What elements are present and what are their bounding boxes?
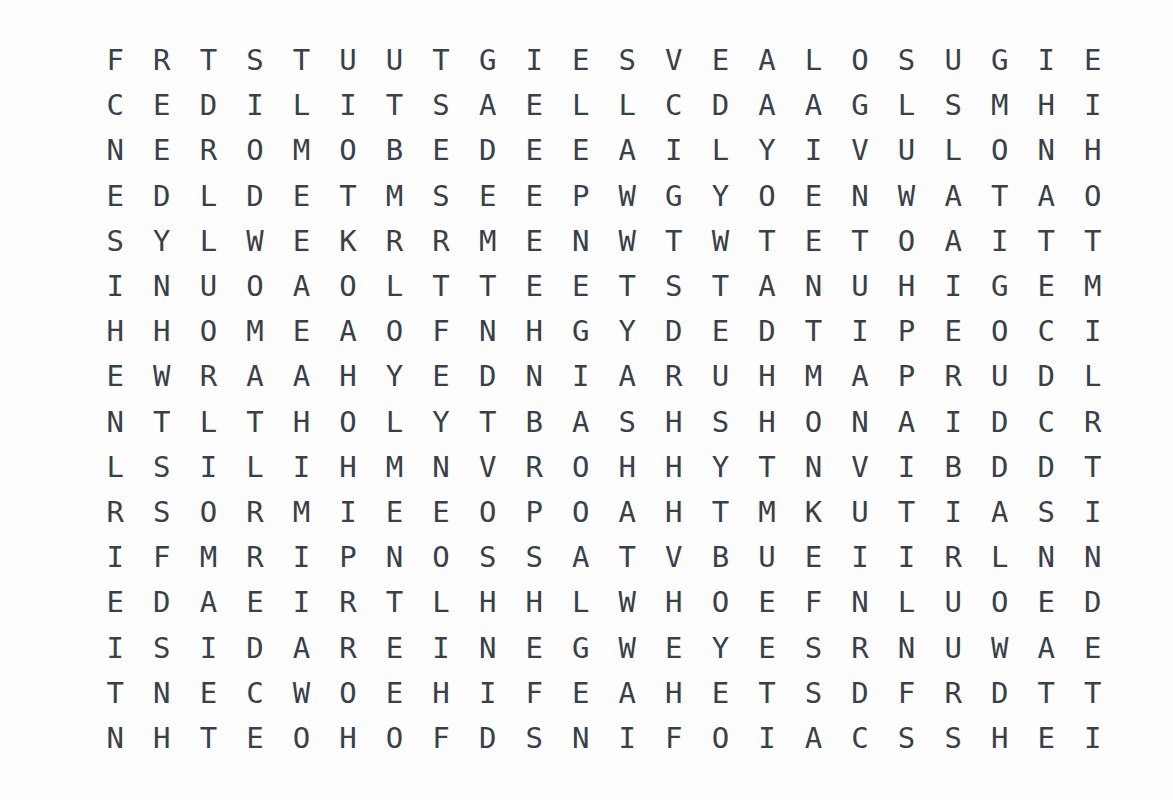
grid-cell[interactable]: T (464, 400, 511, 445)
grid-cell[interactable]: V (837, 128, 884, 173)
grid-cell[interactable]: W (139, 354, 186, 399)
grid-cell[interactable]: E (790, 219, 837, 264)
grid-cell[interactable]: I (1069, 83, 1116, 128)
grid-cell[interactable]: D (464, 716, 511, 761)
grid-cell[interactable]: I (278, 580, 325, 625)
grid-cell[interactable]: E (232, 580, 279, 625)
grid-cell[interactable]: D (139, 580, 186, 625)
grid-cell[interactable]: A (464, 83, 511, 128)
grid-cell[interactable]: G (464, 38, 511, 83)
grid-cell[interactable]: E (1069, 38, 1116, 83)
grid-cell[interactable]: A (604, 128, 651, 173)
grid-cell[interactable]: G (837, 83, 884, 128)
grid-cell[interactable]: R (371, 219, 418, 264)
grid-cell[interactable]: U (837, 490, 884, 535)
grid-cell[interactable]: R (232, 490, 279, 535)
grid-cell[interactable]: O (976, 309, 1023, 354)
grid-cell[interactable]: E (744, 580, 791, 625)
grid-cell[interactable]: U (371, 38, 418, 83)
grid-cell[interactable]: D (976, 400, 1023, 445)
grid-cell[interactable]: N (464, 625, 511, 670)
grid-cell[interactable]: H (651, 580, 698, 625)
grid-cell[interactable]: D (837, 671, 884, 716)
grid-cell[interactable]: S (1023, 490, 1070, 535)
grid-cell[interactable]: M (371, 445, 418, 490)
grid-cell[interactable]: O (325, 128, 372, 173)
grid-cell[interactable]: F (92, 38, 139, 83)
grid-cell[interactable]: S (139, 490, 186, 535)
grid-cell[interactable]: E (697, 309, 744, 354)
grid-cell[interactable]: T (371, 83, 418, 128)
grid-cell[interactable]: R (325, 580, 372, 625)
grid-cell[interactable]: B (511, 400, 558, 445)
grid-cell[interactable]: D (232, 174, 279, 219)
grid-cell[interactable]: H (325, 354, 372, 399)
grid-cell[interactable]: E (1023, 264, 1070, 309)
grid-cell[interactable]: O (883, 219, 930, 264)
grid-cell[interactable]: E (92, 580, 139, 625)
grid-cell[interactable]: U (930, 38, 977, 83)
grid-cell[interactable]: M (464, 219, 511, 264)
grid-cell[interactable]: B (697, 535, 744, 580)
grid-cell[interactable]: C (651, 83, 698, 128)
grid-cell[interactable]: P (511, 490, 558, 535)
grid-cell[interactable]: N (837, 174, 884, 219)
grid-cell[interactable]: N (92, 400, 139, 445)
grid-cell[interactable]: T (651, 219, 698, 264)
grid-cell[interactable]: Y (697, 625, 744, 670)
grid-cell[interactable]: R (511, 445, 558, 490)
grid-cell[interactable]: H (651, 671, 698, 716)
grid-cell[interactable]: T (371, 580, 418, 625)
grid-cell[interactable]: S (418, 83, 465, 128)
grid-cell[interactable]: H (1023, 83, 1070, 128)
grid-cell[interactable]: E (139, 83, 186, 128)
grid-cell[interactable]: R (325, 625, 372, 670)
grid-cell[interactable]: T (418, 38, 465, 83)
grid-cell[interactable]: L (371, 400, 418, 445)
grid-cell[interactable]: M (790, 354, 837, 399)
grid-cell[interactable]: O (185, 490, 232, 535)
grid-cell[interactable]: L (930, 128, 977, 173)
grid-cell[interactable]: E (418, 128, 465, 173)
grid-cell[interactable]: T (604, 264, 651, 309)
grid-cell[interactable]: N (92, 716, 139, 761)
grid-cell[interactable]: W (883, 174, 930, 219)
grid-cell[interactable]: S (930, 83, 977, 128)
grid-cell[interactable]: E (371, 671, 418, 716)
grid-cell[interactable]: M (976, 83, 1023, 128)
grid-cell[interactable]: L (232, 445, 279, 490)
grid-cell[interactable]: U (930, 625, 977, 670)
grid-cell[interactable]: H (651, 490, 698, 535)
grid-cell[interactable]: I (651, 128, 698, 173)
grid-cell[interactable]: M (744, 490, 791, 535)
grid-cell[interactable]: E (1023, 580, 1070, 625)
grid-cell[interactable]: T (139, 400, 186, 445)
grid-cell[interactable]: P (325, 535, 372, 580)
grid-cell[interactable]: V (837, 445, 884, 490)
grid-cell[interactable]: F (651, 716, 698, 761)
grid-cell[interactable]: D (1069, 580, 1116, 625)
grid-cell[interactable]: F (511, 671, 558, 716)
grid-cell[interactable]: A (604, 354, 651, 399)
grid-cell[interactable]: M (278, 490, 325, 535)
grid-cell[interactable]: O (464, 490, 511, 535)
grid-cell[interactable]: D (1023, 445, 1070, 490)
grid-cell[interactable]: D (976, 671, 1023, 716)
grid-cell[interactable]: T (1023, 671, 1070, 716)
grid-cell[interactable]: T (325, 174, 372, 219)
grid-cell[interactable]: I (837, 535, 884, 580)
grid-cell[interactable]: Y (604, 309, 651, 354)
grid-cell[interactable]: G (976, 38, 1023, 83)
grid-cell[interactable]: T (697, 490, 744, 535)
grid-cell[interactable]: T (744, 445, 791, 490)
grid-cell[interactable]: M (1069, 264, 1116, 309)
grid-cell[interactable]: I (976, 219, 1023, 264)
grid-cell[interactable]: I (837, 309, 884, 354)
grid-cell[interactable]: A (278, 264, 325, 309)
grid-cell[interactable]: P (883, 309, 930, 354)
grid-cell[interactable]: E (697, 38, 744, 83)
grid-cell[interactable]: R (651, 354, 698, 399)
grid-cell[interactable]: N (557, 219, 604, 264)
grid-cell[interactable]: H (883, 264, 930, 309)
grid-cell[interactable]: I (278, 535, 325, 580)
grid-cell[interactable]: I (930, 264, 977, 309)
grid-cell[interactable]: I (92, 535, 139, 580)
grid-cell[interactable]: A (185, 580, 232, 625)
grid-cell[interactable]: I (1069, 716, 1116, 761)
grid-cell[interactable]: I (325, 83, 372, 128)
grid-cell[interactable]: T (278, 38, 325, 83)
grid-cell[interactable]: H (139, 716, 186, 761)
grid-cell[interactable]: O (1069, 174, 1116, 219)
grid-cell[interactable]: S (651, 264, 698, 309)
grid-cell[interactable]: N (883, 625, 930, 670)
grid-cell[interactable]: I (744, 716, 791, 761)
grid-cell[interactable]: F (418, 716, 465, 761)
grid-cell[interactable]: C (232, 671, 279, 716)
grid-cell[interactable]: W (604, 580, 651, 625)
grid-cell[interactable]: W (604, 174, 651, 219)
grid-cell[interactable]: H (325, 445, 372, 490)
grid-cell[interactable]: V (651, 535, 698, 580)
grid-cell[interactable]: A (557, 535, 604, 580)
grid-cell[interactable]: D (464, 354, 511, 399)
grid-cell[interactable]: E (278, 309, 325, 354)
grid-cell[interactable]: T (790, 309, 837, 354)
grid-cell[interactable]: A (837, 354, 884, 399)
grid-cell[interactable]: T (1069, 219, 1116, 264)
grid-cell[interactable]: R (930, 354, 977, 399)
grid-cell[interactable]: C (837, 716, 884, 761)
grid-cell[interactable]: E (744, 625, 791, 670)
grid-cell[interactable]: D (185, 83, 232, 128)
grid-cell[interactable]: I (557, 354, 604, 399)
grid-cell[interactable]: C (1023, 309, 1070, 354)
grid-cell[interactable]: P (557, 174, 604, 219)
grid-cell[interactable]: Y (697, 445, 744, 490)
grid-cell[interactable]: E (1023, 716, 1070, 761)
grid-cell[interactable]: E (1069, 625, 1116, 670)
grid-cell[interactable]: D (697, 83, 744, 128)
grid-cell[interactable]: T (697, 264, 744, 309)
grid-cell[interactable]: A (744, 38, 791, 83)
grid-cell[interactable]: I (790, 128, 837, 173)
grid-cell[interactable]: S (139, 445, 186, 490)
grid-cell[interactable]: S (790, 671, 837, 716)
grid-cell[interactable]: C (92, 83, 139, 128)
grid-cell[interactable]: D (232, 625, 279, 670)
grid-cell[interactable]: E (185, 671, 232, 716)
grid-cell[interactable]: A (744, 264, 791, 309)
grid-cell[interactable]: U (325, 38, 372, 83)
grid-cell[interactable]: O (697, 716, 744, 761)
grid-cell[interactable]: T (418, 264, 465, 309)
grid-cell[interactable]: N (790, 264, 837, 309)
grid-cell[interactable]: E (371, 625, 418, 670)
grid-cell[interactable]: N (1023, 128, 1070, 173)
grid-cell[interactable]: I (418, 625, 465, 670)
grid-cell[interactable]: W (604, 625, 651, 670)
grid-cell[interactable]: U (744, 535, 791, 580)
grid-cell[interactable]: T (464, 264, 511, 309)
grid-cell[interactable]: E (790, 535, 837, 580)
grid-cell[interactable]: M (371, 174, 418, 219)
grid-cell[interactable]: D (464, 128, 511, 173)
grid-cell[interactable]: I (278, 445, 325, 490)
grid-cell[interactable]: R (139, 38, 186, 83)
grid-cell[interactable]: H (511, 309, 558, 354)
grid-cell[interactable]: A (930, 174, 977, 219)
grid-cell[interactable]: S (232, 38, 279, 83)
grid-cell[interactable]: T (744, 671, 791, 716)
grid-cell[interactable]: L (604, 83, 651, 128)
grid-cell[interactable]: I (464, 671, 511, 716)
grid-cell[interactable]: U (837, 264, 884, 309)
grid-cell[interactable]: N (511, 354, 558, 399)
grid-cell[interactable]: E (464, 174, 511, 219)
grid-cell[interactable]: U (185, 264, 232, 309)
grid-cell[interactable]: S (604, 38, 651, 83)
grid-cell[interactable]: G (557, 625, 604, 670)
grid-cell[interactable]: S (511, 716, 558, 761)
grid-cell[interactable]: T (1069, 671, 1116, 716)
grid-cell[interactable]: L (185, 219, 232, 264)
grid-cell[interactable]: E (511, 264, 558, 309)
grid-cell[interactable]: S (139, 625, 186, 670)
grid-cell[interactable]: E (511, 83, 558, 128)
grid-cell[interactable]: E (790, 174, 837, 219)
grid-cell[interactable]: A (976, 490, 1023, 535)
grid-cell[interactable]: W (232, 219, 279, 264)
grid-cell[interactable]: L (883, 83, 930, 128)
grid-cell[interactable]: E (511, 174, 558, 219)
grid-cell[interactable]: I (325, 490, 372, 535)
grid-cell[interactable]: O (790, 400, 837, 445)
grid-cell[interactable]: O (325, 400, 372, 445)
grid-cell[interactable]: A (930, 219, 977, 264)
grid-cell[interactable]: O (976, 128, 1023, 173)
grid-cell[interactable]: S (604, 400, 651, 445)
grid-cell[interactable]: U (976, 354, 1023, 399)
grid-cell[interactable]: O (557, 490, 604, 535)
grid-cell[interactable]: S (511, 535, 558, 580)
grid-cell[interactable]: W (604, 219, 651, 264)
grid-cell[interactable]: A (557, 400, 604, 445)
grid-cell[interactable]: W (976, 625, 1023, 670)
grid-cell[interactable]: N (1023, 535, 1070, 580)
grid-cell[interactable]: O (185, 309, 232, 354)
grid-cell[interactable]: U (883, 128, 930, 173)
grid-cell[interactable]: L (371, 264, 418, 309)
grid-cell[interactable]: E (278, 219, 325, 264)
grid-cell[interactable]: G (651, 174, 698, 219)
grid-cell[interactable]: I (930, 490, 977, 535)
grid-cell[interactable]: E (371, 490, 418, 535)
grid-cell[interactable]: W (278, 671, 325, 716)
grid-cell[interactable]: G (976, 264, 1023, 309)
grid-cell[interactable]: H (651, 445, 698, 490)
grid-cell[interactable]: L (976, 535, 1023, 580)
grid-cell[interactable]: I (511, 38, 558, 83)
grid-cell[interactable]: H (511, 580, 558, 625)
grid-cell[interactable]: E (511, 219, 558, 264)
grid-cell[interactable]: S (464, 535, 511, 580)
grid-cell[interactable]: O (232, 264, 279, 309)
grid-cell[interactable]: N (92, 128, 139, 173)
grid-cell[interactable]: T (1023, 219, 1070, 264)
grid-cell[interactable]: L (557, 83, 604, 128)
grid-cell[interactable]: L (278, 83, 325, 128)
grid-cell[interactable]: H (418, 671, 465, 716)
grid-cell[interactable]: A (232, 354, 279, 399)
grid-cell[interactable]: O (278, 716, 325, 761)
grid-cell[interactable]: D (139, 174, 186, 219)
grid-cell[interactable]: O (232, 128, 279, 173)
grid-cell[interactable]: E (232, 716, 279, 761)
grid-cell[interactable]: H (744, 400, 791, 445)
grid-cell[interactable]: E (418, 490, 465, 535)
grid-cell[interactable]: N (557, 716, 604, 761)
grid-cell[interactable]: U (930, 580, 977, 625)
grid-cell[interactable]: E (511, 128, 558, 173)
grid-cell[interactable]: T (185, 716, 232, 761)
grid-cell[interactable]: M (278, 128, 325, 173)
grid-cell[interactable]: E (278, 174, 325, 219)
grid-cell[interactable]: S (418, 174, 465, 219)
grid-cell[interactable]: B (371, 128, 418, 173)
grid-cell[interactable]: A (744, 83, 791, 128)
grid-cell[interactable]: H (1069, 128, 1116, 173)
grid-cell[interactable]: T (1069, 445, 1116, 490)
grid-cell[interactable]: N (139, 671, 186, 716)
grid-cell[interactable]: N (371, 535, 418, 580)
grid-cell[interactable]: I (883, 445, 930, 490)
grid-cell[interactable]: I (92, 264, 139, 309)
grid-cell[interactable]: I (604, 716, 651, 761)
grid-cell[interactable]: D (976, 445, 1023, 490)
grid-cell[interactable]: E (92, 354, 139, 399)
grid-cell[interactable]: W (697, 219, 744, 264)
grid-cell[interactable]: D (1023, 354, 1070, 399)
grid-cell[interactable]: L (185, 174, 232, 219)
grid-cell[interactable]: T (92, 671, 139, 716)
grid-cell[interactable]: N (837, 400, 884, 445)
grid-cell[interactable]: I (1069, 490, 1116, 535)
grid-cell[interactable]: T (232, 400, 279, 445)
grid-cell[interactable]: H (325, 716, 372, 761)
grid-cell[interactable]: A (278, 354, 325, 399)
grid-cell[interactable]: K (325, 219, 372, 264)
grid-cell[interactable]: L (883, 580, 930, 625)
grid-cell[interactable]: O (557, 445, 604, 490)
grid-cell[interactable]: R (837, 625, 884, 670)
grid-cell[interactable]: Y (139, 219, 186, 264)
grid-cell[interactable]: O (697, 580, 744, 625)
grid-cell[interactable]: Y (744, 128, 791, 173)
grid-cell[interactable]: F (139, 535, 186, 580)
grid-cell[interactable]: P (883, 354, 930, 399)
grid-cell[interactable]: R (418, 219, 465, 264)
grid-cell[interactable]: I (92, 625, 139, 670)
grid-cell[interactable]: A (325, 309, 372, 354)
grid-cell[interactable]: A (1023, 625, 1070, 670)
grid-cell[interactable]: K (790, 490, 837, 535)
grid-cell[interactable]: V (651, 38, 698, 83)
grid-cell[interactable]: R (930, 535, 977, 580)
grid-cell[interactable]: S (790, 625, 837, 670)
grid-cell[interactable]: B (930, 445, 977, 490)
grid-cell[interactable]: I (185, 625, 232, 670)
grid-cell[interactable]: D (651, 309, 698, 354)
grid-cell[interactable]: N (464, 309, 511, 354)
grid-cell[interactable]: M (185, 535, 232, 580)
grid-cell[interactable]: S (883, 716, 930, 761)
grid-cell[interactable]: L (92, 445, 139, 490)
grid-cell[interactable]: N (1069, 535, 1116, 580)
grid-cell[interactable]: N (139, 264, 186, 309)
grid-cell[interactable]: H (139, 309, 186, 354)
grid-cell[interactable]: E (511, 625, 558, 670)
grid-cell[interactable]: C (1023, 400, 1070, 445)
grid-cell[interactable]: E (930, 309, 977, 354)
grid-cell[interactable]: O (744, 174, 791, 219)
grid-cell[interactable]: Y (371, 354, 418, 399)
grid-cell[interactable]: R (930, 671, 977, 716)
grid-cell[interactable]: H (744, 354, 791, 399)
grid-cell[interactable]: I (883, 535, 930, 580)
grid-cell[interactable]: O (418, 535, 465, 580)
grid-cell[interactable]: A (1023, 174, 1070, 219)
grid-cell[interactable]: E (92, 174, 139, 219)
grid-cell[interactable]: L (185, 400, 232, 445)
grid-cell[interactable]: V (464, 445, 511, 490)
grid-cell[interactable]: T (604, 535, 651, 580)
grid-cell[interactable]: T (185, 38, 232, 83)
grid-cell[interactable]: O (371, 716, 418, 761)
grid-cell[interactable]: S (92, 219, 139, 264)
grid-cell[interactable]: O (976, 580, 1023, 625)
grid-cell[interactable]: H (92, 309, 139, 354)
grid-cell[interactable]: D (744, 309, 791, 354)
grid-cell[interactable]: S (930, 716, 977, 761)
grid-cell[interactable]: T (744, 219, 791, 264)
grid-cell[interactable]: R (1069, 400, 1116, 445)
grid-cell[interactable]: H (651, 400, 698, 445)
